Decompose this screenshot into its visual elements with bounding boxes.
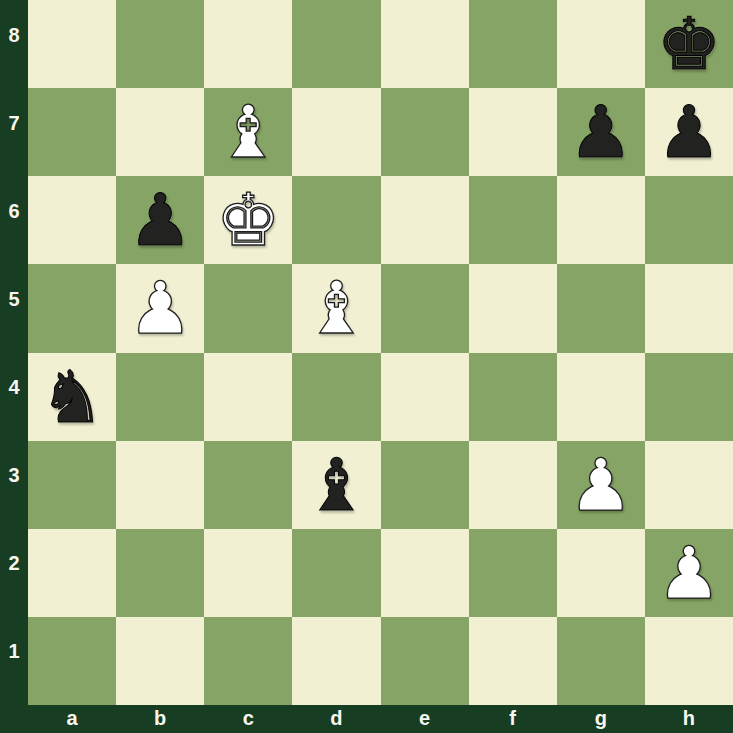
square-c4[interactable]: [204, 353, 292, 441]
rank-label-8: 8: [0, 0, 28, 88]
square-e6[interactable]: [381, 176, 469, 264]
square-b4[interactable]: [116, 353, 204, 441]
piece-white-king[interactable]: ♚: [216, 184, 281, 256]
rank-label-2: 2: [0, 529, 28, 617]
square-b1[interactable]: [116, 617, 204, 705]
square-a8[interactable]: [28, 0, 116, 88]
square-h7[interactable]: ♟: [645, 88, 733, 176]
square-f8[interactable]: [469, 0, 557, 88]
square-f5[interactable]: [469, 264, 557, 352]
square-b5[interactable]: ♟: [116, 264, 204, 352]
square-g1[interactable]: [557, 617, 645, 705]
square-a5[interactable]: [28, 264, 116, 352]
piece-white-pawn[interactable]: ♟: [128, 272, 193, 344]
square-d1[interactable]: [292, 617, 380, 705]
square-b2[interactable]: [116, 529, 204, 617]
square-f2[interactable]: [469, 529, 557, 617]
file-label-f: f: [469, 705, 557, 733]
square-h5[interactable]: [645, 264, 733, 352]
square-e3[interactable]: [381, 441, 469, 529]
square-d7[interactable]: [292, 88, 380, 176]
piece-black-knight[interactable]: ♞: [40, 361, 105, 433]
piece-white-pawn[interactable]: ♟: [569, 449, 634, 521]
square-b3[interactable]: [116, 441, 204, 529]
square-e4[interactable]: [381, 353, 469, 441]
square-a1[interactable]: [28, 617, 116, 705]
file-label-b: b: [116, 705, 204, 733]
piece-black-pawn[interactable]: ♟: [128, 184, 193, 256]
square-c6[interactable]: ♚: [204, 176, 292, 264]
square-g7[interactable]: ♟: [557, 88, 645, 176]
square-e8[interactable]: [381, 0, 469, 88]
piece-black-pawn[interactable]: ♟: [657, 96, 722, 168]
square-g6[interactable]: [557, 176, 645, 264]
square-b6[interactable]: ♟: [116, 176, 204, 264]
square-g2[interactable]: [557, 529, 645, 617]
rank-label-3: 3: [0, 441, 28, 529]
square-f7[interactable]: [469, 88, 557, 176]
square-d8[interactable]: [292, 0, 380, 88]
piece-black-bishop[interactable]: ♝: [304, 449, 369, 521]
square-d6[interactable]: [292, 176, 380, 264]
square-e5[interactable]: [381, 264, 469, 352]
square-e1[interactable]: [381, 617, 469, 705]
square-h8[interactable]: ♚: [645, 0, 733, 88]
square-a3[interactable]: [28, 441, 116, 529]
rank-label-7: 7: [0, 88, 28, 176]
square-a2[interactable]: [28, 529, 116, 617]
file-label-g: g: [557, 705, 645, 733]
piece-black-pawn[interactable]: ♟: [569, 96, 634, 168]
piece-white-bishop[interactable]: ♝: [304, 272, 369, 344]
piece-white-pawn[interactable]: ♟: [657, 537, 722, 609]
square-h3[interactable]: [645, 441, 733, 529]
square-f6[interactable]: [469, 176, 557, 264]
square-d3[interactable]: ♝: [292, 441, 380, 529]
square-h4[interactable]: [645, 353, 733, 441]
square-a7[interactable]: [28, 88, 116, 176]
square-g8[interactable]: [557, 0, 645, 88]
square-f1[interactable]: [469, 617, 557, 705]
square-e2[interactable]: [381, 529, 469, 617]
square-h2[interactable]: ♟: [645, 529, 733, 617]
square-h1[interactable]: [645, 617, 733, 705]
square-d2[interactable]: [292, 529, 380, 617]
file-label-d: d: [292, 705, 380, 733]
square-d5[interactable]: ♝: [292, 264, 380, 352]
square-a6[interactable]: [28, 176, 116, 264]
square-b8[interactable]: [116, 0, 204, 88]
piece-white-bishop[interactable]: ♝: [216, 96, 281, 168]
square-e7[interactable]: [381, 88, 469, 176]
square-g3[interactable]: ♟: [557, 441, 645, 529]
square-b7[interactable]: [116, 88, 204, 176]
rank-label-1: 1: [0, 617, 28, 705]
square-d4[interactable]: [292, 353, 380, 441]
square-c8[interactable]: [204, 0, 292, 88]
file-label-a: a: [28, 705, 116, 733]
square-f4[interactable]: [469, 353, 557, 441]
piece-black-king[interactable]: ♚: [657, 8, 722, 80]
file-label-c: c: [204, 705, 292, 733]
square-c3[interactable]: [204, 441, 292, 529]
square-c1[interactable]: [204, 617, 292, 705]
square-c2[interactable]: [204, 529, 292, 617]
square-c5[interactable]: [204, 264, 292, 352]
file-label-h: h: [645, 705, 733, 733]
file-label-e: e: [381, 705, 469, 733]
rank-label-4: 4: [0, 353, 28, 441]
square-c7[interactable]: ♝: [204, 88, 292, 176]
rank-label-5: 5: [0, 264, 28, 352]
square-h6[interactable]: [645, 176, 733, 264]
square-g5[interactable]: [557, 264, 645, 352]
square-a4[interactable]: ♞: [28, 353, 116, 441]
square-g4[interactable]: [557, 353, 645, 441]
chess-board: 8♚7♝♟♟6♟♚5♟♝4♞3♝♟2♟1abcdefgh: [0, 0, 733, 733]
border-corner: [0, 705, 28, 733]
rank-label-6: 6: [0, 176, 28, 264]
square-f3[interactable]: [469, 441, 557, 529]
